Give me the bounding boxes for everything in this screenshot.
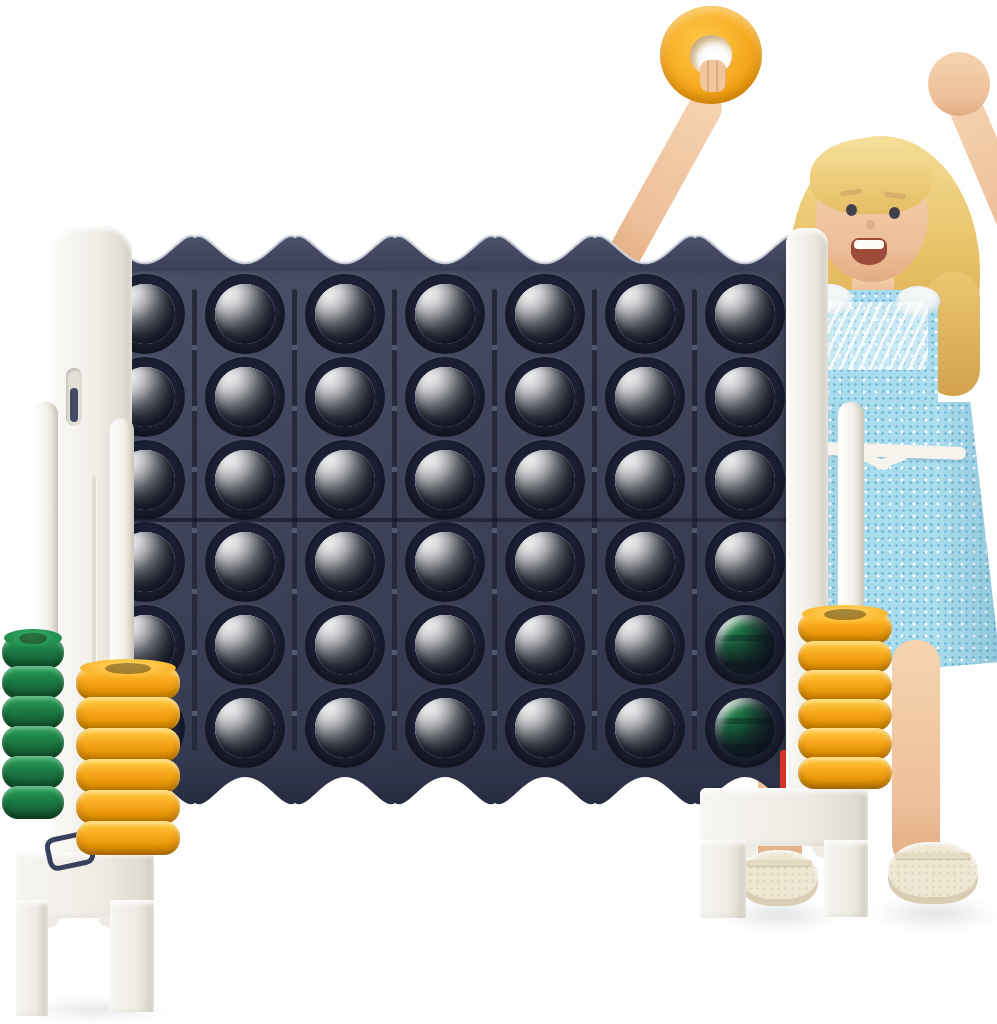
child-dress-smocking bbox=[820, 302, 928, 370]
frame-leg-right-foot-a bbox=[700, 840, 746, 918]
hole bbox=[605, 688, 685, 768]
yellow-ring bbox=[76, 666, 180, 700]
yellow-ring bbox=[798, 757, 892, 789]
green-ring bbox=[2, 786, 64, 819]
frame-leg-right-foot-b bbox=[824, 840, 868, 917]
board-cell-c4-r3 bbox=[395, 438, 495, 521]
hole bbox=[705, 440, 785, 520]
yellow-ring bbox=[76, 759, 180, 793]
hole bbox=[205, 522, 285, 602]
hole-empty bbox=[715, 450, 775, 510]
board-cell-c4-r5 bbox=[395, 604, 495, 687]
post-slot bbox=[66, 368, 82, 426]
hole-empty bbox=[315, 532, 375, 592]
hole bbox=[505, 274, 585, 354]
hole bbox=[205, 605, 285, 685]
hole-green-ring-behind bbox=[715, 615, 775, 675]
board-cell-c5-r2 bbox=[495, 356, 595, 439]
yellow-ring bbox=[76, 790, 180, 824]
hole bbox=[305, 440, 385, 520]
board-cell-c4-r4 bbox=[395, 521, 495, 604]
frame-leg-left-foot-a bbox=[16, 900, 48, 1016]
board-cell-c6-r5 bbox=[595, 604, 695, 687]
hole-green-ring-behind bbox=[715, 698, 775, 758]
hole-empty bbox=[215, 450, 275, 510]
board-face bbox=[95, 271, 795, 769]
board-cell-c2-r6 bbox=[195, 686, 295, 769]
hole bbox=[605, 440, 685, 520]
board-cell-c2-r3 bbox=[195, 438, 295, 521]
yellow-ring bbox=[76, 728, 180, 762]
hole bbox=[205, 357, 285, 437]
hole-empty bbox=[615, 284, 675, 344]
hole-empty bbox=[515, 284, 575, 344]
green-ring bbox=[2, 666, 64, 699]
board-cell-c6-r2 bbox=[595, 356, 695, 439]
board-cell-c3-r6 bbox=[295, 686, 395, 769]
green-ring bbox=[2, 726, 64, 759]
board-cell-c6-r1 bbox=[595, 273, 695, 356]
hole bbox=[305, 522, 385, 602]
board-cell-c7-r3 bbox=[695, 438, 795, 521]
hole bbox=[605, 605, 685, 685]
board-cell-c3-r1 bbox=[295, 273, 395, 356]
hole-empty bbox=[615, 532, 675, 592]
child-right-sandal bbox=[888, 842, 978, 904]
hole-empty bbox=[515, 615, 575, 675]
hole bbox=[305, 357, 385, 437]
child-teeth bbox=[854, 240, 884, 249]
frame-leg-left-foot-b bbox=[110, 900, 154, 1012]
board-cell-c5-r1 bbox=[495, 273, 595, 356]
board-cell-c2-r2 bbox=[195, 356, 295, 439]
holes-grid bbox=[95, 273, 795, 769]
board-cell-c2-r1 bbox=[195, 273, 295, 356]
board-cell-c3-r3 bbox=[295, 438, 395, 521]
board-cell-c7-r4 bbox=[695, 521, 795, 604]
hole-empty bbox=[515, 532, 575, 592]
hole-empty bbox=[215, 615, 275, 675]
yellow-ring bbox=[798, 641, 892, 673]
hole-empty bbox=[715, 284, 775, 344]
hole-empty bbox=[315, 698, 375, 758]
hole bbox=[305, 274, 385, 354]
hole bbox=[505, 440, 585, 520]
hole bbox=[505, 605, 585, 685]
board-cell-c5-r4 bbox=[495, 521, 595, 604]
board-cell-c6-r3 bbox=[595, 438, 695, 521]
storage-post-yellow-right bbox=[838, 402, 864, 622]
hole-empty bbox=[415, 284, 475, 344]
hole-empty bbox=[315, 367, 375, 427]
board-bottom-scallop bbox=[95, 769, 795, 815]
board-cell-c2-r5 bbox=[195, 604, 295, 687]
hole-empty bbox=[215, 698, 275, 758]
hole bbox=[605, 522, 685, 602]
hole bbox=[605, 274, 685, 354]
yellow-ring bbox=[798, 612, 892, 644]
hole-empty bbox=[215, 284, 275, 344]
hole-empty bbox=[715, 532, 775, 592]
hole-empty bbox=[415, 532, 475, 592]
board-cell-c5-r5 bbox=[495, 604, 595, 687]
hole-empty bbox=[615, 615, 675, 675]
child-left-fist bbox=[928, 52, 990, 116]
hole bbox=[505, 688, 585, 768]
yellow-ring bbox=[76, 821, 180, 855]
board-cell-c4-r1 bbox=[395, 273, 495, 356]
board-cell-c7-r2 bbox=[695, 356, 795, 439]
yellow-ring bbox=[798, 699, 892, 731]
hole bbox=[205, 274, 285, 354]
child-right-eye bbox=[889, 207, 900, 219]
hole bbox=[705, 688, 785, 768]
child-left-sandal bbox=[740, 850, 818, 906]
hole-empty bbox=[315, 284, 375, 344]
board-cell-c4-r2 bbox=[395, 356, 495, 439]
hole-empty bbox=[515, 450, 575, 510]
yellow-ring bbox=[798, 670, 892, 702]
frame-leg-right-bar bbox=[700, 788, 868, 846]
child-gripping-fingers bbox=[700, 60, 726, 92]
board-cell-c7-r5 bbox=[695, 604, 795, 687]
hole-empty bbox=[615, 698, 675, 758]
green-ring bbox=[2, 696, 64, 729]
sandal-strap bbox=[746, 860, 812, 866]
child-nose bbox=[866, 220, 875, 230]
sandal-strap bbox=[895, 853, 971, 859]
hole bbox=[705, 274, 785, 354]
hole bbox=[705, 357, 785, 437]
hole bbox=[405, 357, 485, 437]
board-cell-c2-r4 bbox=[195, 521, 295, 604]
child-left-eye bbox=[846, 204, 857, 216]
hole-empty bbox=[515, 367, 575, 427]
board-top-scallop bbox=[95, 225, 795, 271]
board-cell-c5-r3 bbox=[495, 438, 595, 521]
child-mouth bbox=[851, 238, 887, 265]
hole-empty bbox=[615, 367, 675, 427]
green-ring bbox=[2, 636, 64, 669]
board-cell-c6-r4 bbox=[595, 521, 695, 604]
child-hair-fringe bbox=[810, 138, 932, 214]
green-ring-stack bbox=[2, 636, 64, 819]
hole bbox=[405, 688, 485, 768]
hole bbox=[605, 357, 685, 437]
board-cell-c3-r4 bbox=[295, 521, 395, 604]
yellow-ring-stack-right bbox=[798, 612, 892, 789]
hole bbox=[305, 605, 385, 685]
hole bbox=[305, 688, 385, 768]
hole-empty bbox=[415, 450, 475, 510]
board-cell-c3-r2 bbox=[295, 356, 395, 439]
scene bbox=[0, 0, 997, 1024]
child-right-leg bbox=[892, 640, 940, 866]
board-cell-c4-r6 bbox=[395, 686, 495, 769]
hole bbox=[505, 522, 585, 602]
hole bbox=[405, 440, 485, 520]
board-cell-c7-r1 bbox=[695, 273, 795, 356]
yellow-ring bbox=[76, 697, 180, 731]
hole-empty bbox=[415, 698, 475, 758]
hole-empty bbox=[215, 367, 275, 427]
yellow-ring-stack-left bbox=[76, 666, 180, 855]
hole bbox=[405, 274, 485, 354]
green-ring bbox=[2, 756, 64, 789]
hole-empty bbox=[415, 367, 475, 427]
storage-post-yellow-left bbox=[110, 418, 134, 678]
board-cell-c5-r6 bbox=[495, 686, 595, 769]
hole bbox=[205, 688, 285, 768]
connect-four-board bbox=[95, 225, 795, 815]
hole-empty bbox=[515, 698, 575, 758]
hole bbox=[705, 522, 785, 602]
hole-empty bbox=[315, 450, 375, 510]
hole-empty bbox=[415, 615, 475, 675]
hole bbox=[705, 605, 785, 685]
hole-empty bbox=[215, 532, 275, 592]
hole-empty bbox=[315, 615, 375, 675]
hole bbox=[505, 357, 585, 437]
hole bbox=[205, 440, 285, 520]
board-cell-c6-r6 bbox=[595, 686, 695, 769]
board-cell-c3-r5 bbox=[295, 604, 395, 687]
storage-post-green bbox=[34, 402, 58, 648]
post-slot-pin bbox=[70, 388, 78, 422]
hole-empty bbox=[615, 450, 675, 510]
hole bbox=[405, 605, 485, 685]
hole-empty bbox=[715, 367, 775, 427]
hole bbox=[405, 522, 485, 602]
yellow-ring bbox=[798, 728, 892, 760]
